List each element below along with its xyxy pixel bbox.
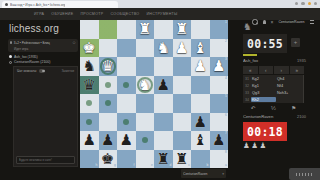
piece-white-pawn[interactable]: ♟ xyxy=(173,39,192,58)
square-e7[interactable] xyxy=(136,131,155,150)
file-label: e xyxy=(151,164,153,167)
square-d6[interactable] xyxy=(154,113,173,132)
move-white[interactable]: Qg3 xyxy=(251,90,276,95)
rank-label: 7 xyxy=(225,132,227,135)
file-label: h xyxy=(96,164,98,167)
square-g3[interactable]: ♛ xyxy=(99,57,118,76)
browser-bar: Ваш ход • Игра с Ash_fox • lichess.org xyxy=(0,0,320,8)
piece-white-knight[interactable]: ♞ xyxy=(154,39,173,58)
square-f6[interactable] xyxy=(117,113,136,132)
nav-item-инструменты[interactable]: ИНСТРУМЕНТЫ xyxy=(146,12,177,16)
square-h6[interactable] xyxy=(80,113,99,132)
square-e5[interactable] xyxy=(136,94,155,113)
capture-dest-ring[interactable] xyxy=(137,77,154,94)
nav-item-обучение[interactable]: ОБУЧЕНИЕ xyxy=(51,12,73,16)
square-e3[interactable] xyxy=(136,57,155,76)
square-b8[interactable]: b xyxy=(191,150,210,169)
clock-time-bar xyxy=(243,54,257,56)
square-a3[interactable]: ♟3 xyxy=(210,57,229,76)
move-number: 34 xyxy=(243,98,251,102)
clock-top: 00:55 xyxy=(243,34,287,53)
square-b5[interactable] xyxy=(191,94,210,113)
captured-pieces-bottom: ♟♟♟ xyxy=(243,141,268,150)
square-b6[interactable]: ♟ xyxy=(191,113,210,132)
square-b3[interactable]: ♟ xyxy=(191,57,210,76)
tab-title: Ваш ход • Игра с Ash_fox • lichess.org xyxy=(10,3,65,7)
first-move-button[interactable]: « xyxy=(243,66,258,74)
move-dest-dot[interactable] xyxy=(105,100,111,106)
move-number: 32 xyxy=(243,84,251,88)
lichess-wordmark[interactable]: lichess.org xyxy=(9,23,59,34)
square-b7[interactable]: ♝ xyxy=(191,131,210,150)
file-label: c xyxy=(188,164,190,167)
square-f1[interactable] xyxy=(117,20,136,39)
square-g7[interactable]: ♟ xyxy=(99,131,118,150)
navbar-right: × CenturionRaven xyxy=(252,16,314,28)
move-number: 33 xyxy=(243,91,251,95)
square-h8[interactable]: h xyxy=(80,150,99,169)
piece-white-rook[interactable]: ♜ xyxy=(136,20,155,39)
piece-black-bishop[interactable]: ♝ xyxy=(191,131,210,150)
move-row: 31Kg2Qh4 xyxy=(243,75,304,82)
square-e4[interactable]: ♞ xyxy=(136,76,155,95)
move-black[interactable]: Nxh3+ xyxy=(276,90,304,95)
browser-tab[interactable]: Ваш ход • Игра с Ash_fox • lichess.org xyxy=(2,1,118,8)
square-h7[interactable]: ♟ xyxy=(80,131,99,150)
player-nameplate: CenturionRaven ▾ xyxy=(181,169,226,178)
file-label: d xyxy=(170,164,172,167)
player-row-bottom[interactable]: CenturionRaven 2100 xyxy=(243,114,306,121)
takeback-icon[interactable]: ↶ xyxy=(251,106,256,112)
capture-dest-ring[interactable] xyxy=(100,58,117,75)
move-dest-dot[interactable] xyxy=(142,137,148,143)
move-dest-dot[interactable] xyxy=(105,82,111,88)
notifications-icon[interactable] xyxy=(263,20,266,23)
square-c8[interactable]: ♜c xyxy=(173,150,192,169)
move-dest-dot[interactable] xyxy=(123,82,129,88)
piece-black-queen[interactable]: ♛ xyxy=(80,76,99,95)
move-dest-dot[interactable] xyxy=(86,119,92,125)
last-move-button[interactable]: » xyxy=(290,66,305,74)
square-b4[interactable] xyxy=(191,76,210,95)
square-d1[interactable] xyxy=(154,20,173,39)
browser-toolbar-icons xyxy=(295,2,317,5)
move-white[interactable]: Kh2 xyxy=(251,97,276,102)
square-f2[interactable] xyxy=(117,39,136,58)
square-c2[interactable]: ♟ xyxy=(173,39,192,58)
square-d2[interactable]: ♞ xyxy=(154,39,173,58)
extension-icon[interactable] xyxy=(295,2,298,5)
square-g1[interactable] xyxy=(99,20,118,39)
move-row: 34Kh2 xyxy=(243,96,304,103)
square-h1[interactable] xyxy=(80,20,99,39)
square-d8[interactable]: ♜d xyxy=(154,150,173,169)
move-nav-buttons: «‹›» xyxy=(243,66,304,74)
square-a7[interactable]: ♟7 xyxy=(210,131,229,150)
square-g8[interactable]: ♚g xyxy=(99,150,118,169)
game-meta-box: 3+2 • Рейтинговая • Блиц ☆ Идет игра xyxy=(8,39,78,52)
piece-black-knight[interactable]: ♞ xyxy=(80,57,99,76)
piece-black-pawn[interactable]: ♟ xyxy=(80,131,99,150)
square-e2[interactable] xyxy=(136,39,155,58)
move-list: 31Kg2Qh432Kg1Nf433Qg3Nxh3+34Kh2 xyxy=(243,75,304,103)
square-b2[interactable]: ♝ xyxy=(191,39,210,58)
square-g5[interactable] xyxy=(99,94,118,113)
square-c1[interactable]: ♜ xyxy=(173,20,192,39)
hamburger-menu-icon[interactable] xyxy=(310,20,315,24)
square-d4[interactable]: ♟ xyxy=(154,76,173,95)
next-move-button[interactable]: › xyxy=(274,66,289,74)
game-meta-text: 3+2 • Рейтинговая • Блиц xyxy=(14,41,71,45)
move-white[interactable]: Kg1 xyxy=(251,83,276,88)
piece-white-pawn[interactable]: ♟ xyxy=(191,57,210,76)
extension-icon[interactable] xyxy=(301,2,304,5)
move-black[interactable]: Nf4 xyxy=(276,83,304,88)
square-d3[interactable] xyxy=(154,57,173,76)
blitz-icon xyxy=(10,41,12,44)
notes-tab[interactable]: Заметки xyxy=(61,69,74,73)
rank-label: 2 xyxy=(225,40,227,43)
file-label: g xyxy=(114,164,116,167)
lichess-game-page: Ваш ход • Игра с Ash_fox • lichess.org И… xyxy=(0,0,320,180)
nav-item-сообщество[interactable]: СООБЩЕСТВО xyxy=(110,12,139,16)
square-h3[interactable]: ♞ xyxy=(80,57,99,76)
rank-label: 1 xyxy=(225,21,227,24)
captured-pieces-top: ♞ xyxy=(243,21,252,32)
square-g4[interactable] xyxy=(99,76,118,95)
draw-offer-icon[interactable]: ½ xyxy=(271,106,276,112)
file-label: b xyxy=(207,164,209,167)
prev-move-button[interactable]: ‹ xyxy=(259,66,274,74)
black-color-icon xyxy=(9,61,12,64)
square-a4[interactable]: 4 xyxy=(210,76,229,95)
chess-board: ♜♜1♚♞♟♝2♞♛♟♟3♛♞♟45♟6♟♟♟♝♟7h♚gfe♜d♜cb8a xyxy=(80,20,228,168)
search-icon[interactable] xyxy=(252,19,257,24)
square-f3[interactable] xyxy=(117,57,136,76)
square-c4[interactable] xyxy=(173,76,192,95)
resign-flag-icon[interactable]: ⚑ xyxy=(291,106,296,112)
rank-label: 5 xyxy=(225,95,227,98)
square-d7[interactable] xyxy=(154,131,173,150)
square-h5[interactable] xyxy=(80,94,99,113)
move-row: 32Kg1Nf4 xyxy=(243,82,304,89)
move-white[interactable]: Kg2 xyxy=(251,76,276,81)
navbar-username[interactable]: CenturionRaven xyxy=(279,20,305,24)
piece-black-pawn[interactable]: ♟ xyxy=(99,131,118,150)
piece-black-pawn[interactable]: ♟ xyxy=(117,131,136,150)
square-h2[interactable]: ♚ xyxy=(80,39,99,58)
square-e6[interactable] xyxy=(136,113,155,132)
square-g2[interactable] xyxy=(99,39,118,58)
game-action-buttons: ↶ ½ ⚑ xyxy=(243,104,304,113)
player-row-top[interactable]: Ash_fox 1935 xyxy=(243,58,306,65)
chat-toggle[interactable] xyxy=(39,69,45,72)
square-g6[interactable] xyxy=(99,113,118,132)
file-label: f xyxy=(134,164,135,167)
square-c6[interactable] xyxy=(173,113,192,132)
move-row: 33Qg3Nxh3+ xyxy=(243,89,304,96)
square-b1[interactable] xyxy=(191,20,210,39)
white-color-icon xyxy=(9,55,12,58)
chat-input[interactable] xyxy=(16,156,75,164)
piece-black-pawn[interactable]: ♟ xyxy=(191,113,210,132)
bookmark-star-icon[interactable]: ☆ xyxy=(72,41,76,46)
piece-black-pawn[interactable]: ♟ xyxy=(154,76,173,95)
rank-label: 3 xyxy=(225,58,227,61)
toast-text-placeholder xyxy=(296,173,314,176)
square-f5[interactable] xyxy=(117,94,136,113)
square-d5[interactable] xyxy=(154,94,173,113)
rank-label: 8 xyxy=(225,151,227,154)
give-time-button[interactable]: + xyxy=(291,38,300,47)
nav-item-игра[interactable]: ИГРА xyxy=(34,12,44,16)
challenges-icon[interactable]: × xyxy=(271,20,274,25)
square-c7[interactable] xyxy=(173,131,192,150)
square-a2[interactable]: 2 xyxy=(210,39,229,58)
square-f8[interactable]: f xyxy=(117,150,136,169)
site-navbar: ИГРАОБУЧЕНИЕПРОСМОТРСООБЩЕСТВОИНСТРУМЕНТ… xyxy=(0,8,320,20)
square-a6[interactable]: 6 xyxy=(210,113,229,132)
square-a1[interactable]: 1 xyxy=(210,20,229,39)
move-dest-dot[interactable] xyxy=(86,100,92,106)
file-label: a xyxy=(225,164,227,167)
piece-white-bishop[interactable]: ♝ xyxy=(191,39,210,58)
tab-favicon xyxy=(5,3,8,6)
square-c5[interactable] xyxy=(173,94,192,113)
browser-avatar[interactable] xyxy=(308,2,311,5)
browser-menu-icon[interactable] xyxy=(314,2,317,5)
player-line-black[interactable]: CenturionRaven (2100) xyxy=(9,60,78,66)
square-a8[interactable]: 8a xyxy=(210,150,229,169)
notification-toast xyxy=(289,168,320,180)
square-c3[interactable] xyxy=(173,57,192,76)
chat-tab[interactable]: Чат комнаты xyxy=(17,69,36,73)
rank-label: 4 xyxy=(225,77,227,80)
square-f4[interactable] xyxy=(117,76,136,95)
square-f7[interactable]: ♟ xyxy=(117,131,136,150)
square-h4[interactable]: ♛ xyxy=(80,76,99,95)
square-a5[interactable]: 5 xyxy=(210,94,229,113)
square-e1[interactable]: ♜ xyxy=(136,20,155,39)
chat-panel: Чат комнаты Заметки xyxy=(13,66,78,167)
clock-bottom-low-time: 00:18 xyxy=(243,122,287,141)
move-dest-dot[interactable] xyxy=(123,119,129,125)
nameplate-icon: ▾ xyxy=(222,172,224,176)
move-black[interactable]: Qh4 xyxy=(276,76,304,81)
move-number: 31 xyxy=(243,77,251,81)
square-e8[interactable]: e xyxy=(136,150,155,169)
game-status: Идет игра xyxy=(14,47,76,51)
nav-menu: ИГРАОБУЧЕНИЕПРОСМОТРСООБЩЕСТВОИНСТРУМЕНТ… xyxy=(34,12,178,16)
nav-item-просмотр[interactable]: ПРОСМОТР xyxy=(80,12,103,16)
rank-label: 6 xyxy=(225,114,227,117)
piece-white-rook[interactable]: ♜ xyxy=(173,20,192,39)
piece-white-king[interactable]: ♚ xyxy=(80,39,99,58)
